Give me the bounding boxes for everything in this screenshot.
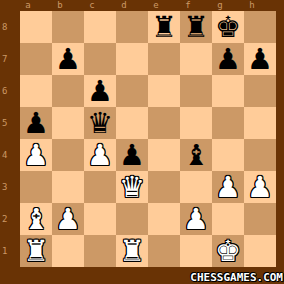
square-a2[interactable]: ♝ <box>20 203 52 235</box>
piece-black-pawn-c6[interactable]: ♟ <box>87 75 113 107</box>
square-a8[interactable] <box>20 11 52 43</box>
square-f5[interactable] <box>180 107 212 139</box>
square-f8[interactable]: ♜ <box>180 11 212 43</box>
chess-diagram: abcdefgh 87654321 ♜♜♚♟♟♟♟♟♛♟♟♟♝♛♟♟♝♟♟♜♜♚… <box>0 0 284 284</box>
square-d8[interactable] <box>116 11 148 43</box>
square-e5[interactable] <box>148 107 180 139</box>
square-c2[interactable] <box>84 203 116 235</box>
square-g3[interactable]: ♟ <box>212 171 244 203</box>
square-g5[interactable] <box>212 107 244 139</box>
square-f1[interactable] <box>180 235 212 267</box>
rank-label-2: 2 <box>0 203 20 235</box>
square-b7[interactable]: ♟ <box>52 43 84 75</box>
piece-black-bishop-f4[interactable]: ♝ <box>183 139 209 171</box>
square-d7[interactable] <box>116 43 148 75</box>
piece-white-rook-a1[interactable]: ♜ <box>23 235 49 267</box>
square-c5[interactable]: ♛ <box>84 107 116 139</box>
square-g1[interactable]: ♚ <box>212 235 244 267</box>
square-e4[interactable] <box>148 139 180 171</box>
square-g7[interactable]: ♟ <box>212 43 244 75</box>
square-e7[interactable] <box>148 43 180 75</box>
square-d6[interactable] <box>116 75 148 107</box>
square-b2[interactable]: ♟ <box>52 203 84 235</box>
square-c4[interactable]: ♟ <box>84 139 116 171</box>
square-e1[interactable] <box>148 235 180 267</box>
piece-white-pawn-b2[interactable]: ♟ <box>55 203 81 235</box>
rank-label-5: 5 <box>0 107 20 139</box>
square-f2[interactable]: ♟ <box>180 203 212 235</box>
square-a5[interactable]: ♟ <box>20 107 52 139</box>
square-b5[interactable] <box>52 107 84 139</box>
square-a6[interactable] <box>20 75 52 107</box>
piece-black-queen-c5[interactable]: ♛ <box>87 107 113 139</box>
piece-black-pawn-d4[interactable]: ♟ <box>119 139 145 171</box>
piece-white-pawn-h3[interactable]: ♟ <box>247 171 273 203</box>
rank-label-6: 6 <box>0 75 20 107</box>
square-d2[interactable] <box>116 203 148 235</box>
square-g4[interactable] <box>212 139 244 171</box>
piece-white-bishop-a2[interactable]: ♝ <box>23 203 49 235</box>
piece-white-king-g1[interactable]: ♚ <box>215 235 241 267</box>
file-label-b: b <box>44 0 76 11</box>
rank-label-8: 8 <box>0 11 20 43</box>
square-h4[interactable] <box>244 139 276 171</box>
piece-black-pawn-g7[interactable]: ♟ <box>215 43 241 75</box>
chess-board: ♜♜♚♟♟♟♟♟♛♟♟♟♝♛♟♟♝♟♟♜♜♚ <box>20 11 276 267</box>
square-e8[interactable]: ♜ <box>148 11 180 43</box>
piece-white-pawn-c4[interactable]: ♟ <box>87 139 113 171</box>
square-h8[interactable] <box>244 11 276 43</box>
square-h6[interactable] <box>244 75 276 107</box>
square-g6[interactable] <box>212 75 244 107</box>
square-c1[interactable] <box>84 235 116 267</box>
square-c6[interactable]: ♟ <box>84 75 116 107</box>
piece-black-pawn-b7[interactable]: ♟ <box>55 43 81 75</box>
rank-label-1: 1 <box>0 235 20 267</box>
piece-black-pawn-a5[interactable]: ♟ <box>23 107 49 139</box>
square-d1[interactable]: ♜ <box>116 235 148 267</box>
square-h1[interactable] <box>244 235 276 267</box>
square-a4[interactable]: ♟ <box>20 139 52 171</box>
file-label-a: a <box>12 0 44 11</box>
square-g8[interactable]: ♚ <box>212 11 244 43</box>
piece-black-pawn-h7[interactable]: ♟ <box>247 43 273 75</box>
square-h3[interactable]: ♟ <box>244 171 276 203</box>
square-b4[interactable] <box>52 139 84 171</box>
square-f6[interactable] <box>180 75 212 107</box>
rank-label-7: 7 <box>0 43 20 75</box>
square-h5[interactable] <box>244 107 276 139</box>
piece-white-pawn-g3[interactable]: ♟ <box>215 171 241 203</box>
piece-white-queen-d3[interactable]: ♛ <box>119 171 145 203</box>
rank-label-4: 4 <box>0 139 20 171</box>
square-b3[interactable] <box>52 171 84 203</box>
square-a1[interactable]: ♜ <box>20 235 52 267</box>
square-b8[interactable] <box>52 11 84 43</box>
square-b1[interactable] <box>52 235 84 267</box>
square-c7[interactable] <box>84 43 116 75</box>
square-e6[interactable] <box>148 75 180 107</box>
square-c3[interactable] <box>84 171 116 203</box>
piece-white-rook-d1[interactable]: ♜ <box>119 235 145 267</box>
square-f4[interactable]: ♝ <box>180 139 212 171</box>
square-a7[interactable] <box>20 43 52 75</box>
square-d4[interactable]: ♟ <box>116 139 148 171</box>
piece-white-pawn-a4[interactable]: ♟ <box>23 139 49 171</box>
square-e3[interactable] <box>148 171 180 203</box>
piece-white-pawn-f2[interactable]: ♟ <box>183 203 209 235</box>
square-h2[interactable] <box>244 203 276 235</box>
square-d3[interactable]: ♛ <box>116 171 148 203</box>
square-e2[interactable] <box>148 203 180 235</box>
square-b6[interactable] <box>52 75 84 107</box>
square-a3[interactable] <box>20 171 52 203</box>
site-watermark: CHESSGAMES.COM <box>190 271 283 284</box>
file-label-c: c <box>76 0 108 11</box>
square-c8[interactable] <box>84 11 116 43</box>
piece-black-rook-e8[interactable]: ♜ <box>151 11 177 43</box>
square-h7[interactable]: ♟ <box>244 43 276 75</box>
file-label-d: d <box>108 0 140 11</box>
square-f7[interactable] <box>180 43 212 75</box>
rank-labels: 87654321 <box>0 11 20 267</box>
rank-label-3: 3 <box>0 171 20 203</box>
piece-black-rook-f8[interactable]: ♜ <box>183 11 209 43</box>
piece-black-king-g8[interactable]: ♚ <box>215 11 241 43</box>
square-g2[interactable] <box>212 203 244 235</box>
square-d5[interactable] <box>116 107 148 139</box>
square-f3[interactable] <box>180 171 212 203</box>
